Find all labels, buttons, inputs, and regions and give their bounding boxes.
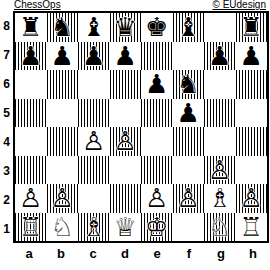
square-h3[interactable] — [236, 156, 268, 185]
piece-wN-b1: ♘ — [51, 213, 74, 241]
square-d7[interactable]: ♟ — [110, 42, 142, 71]
square-c8[interactable]: ♝ — [78, 13, 110, 42]
square-c6[interactable] — [78, 70, 110, 99]
piece-bP-c7: ♟ — [82, 42, 105, 70]
square-b7[interactable]: ♟ — [47, 42, 79, 71]
square-d2[interactable] — [110, 184, 142, 213]
square-a2[interactable]: ♙ — [15, 184, 47, 213]
piece-wP-c4: ♙ — [82, 127, 105, 155]
piece-wK-e1: ♔ — [145, 213, 168, 241]
chessops-diagram: ChessOps © EUdesign 87654321 ♜♞♝♛♚♝♜♟♟♟♟… — [0, 0, 270, 270]
piece-wQ-d1: ♕ — [114, 213, 137, 241]
rank-label-2: 2 — [0, 185, 13, 214]
rank-label-3: 3 — [0, 156, 13, 185]
square-a4[interactable] — [15, 127, 47, 156]
chessboard: ♜♞♝♛♚♝♜♟♟♟♟♟♟♟♞♟♙♙♙♙♙♙♙♗♙♖♘♗♕♔♘♖ — [15, 13, 267, 241]
piece-bK-e8: ♚ — [145, 13, 168, 41]
square-f2[interactable]: ♙ — [173, 184, 205, 213]
file-label-h: h — [237, 243, 269, 263]
piece-bB-f8: ♝ — [177, 13, 200, 41]
square-a1[interactable]: ♖ — [15, 213, 47, 242]
piece-bP-g7: ♟ — [208, 42, 231, 70]
square-d5[interactable] — [110, 99, 142, 128]
rank-label-8: 8 — [0, 11, 13, 40]
piece-wP-d4: ♙ — [114, 127, 137, 155]
piece-wB-c1: ♗ — [82, 213, 105, 241]
rank-label-6: 6 — [0, 69, 13, 98]
square-g6[interactable] — [204, 70, 236, 99]
square-f3[interactable] — [173, 156, 205, 185]
title-link[interactable]: ChessOps — [14, 0, 61, 10]
square-d1[interactable]: ♕ — [110, 213, 142, 242]
piece-bN-f6: ♞ — [177, 70, 200, 98]
square-d8[interactable]: ♛ — [110, 13, 142, 42]
square-f8[interactable]: ♝ — [173, 13, 205, 42]
piece-bP-h7: ♟ — [240, 42, 263, 70]
square-h2[interactable]: ♙ — [236, 184, 268, 213]
square-c1[interactable]: ♗ — [78, 213, 110, 242]
piece-bP-e6: ♟ — [145, 70, 168, 98]
piece-bQ-d8: ♛ — [114, 13, 137, 41]
square-c5[interactable] — [78, 99, 110, 128]
square-e5[interactable] — [141, 99, 173, 128]
square-d6[interactable] — [110, 70, 142, 99]
square-a5[interactable] — [15, 99, 47, 128]
square-c3[interactable] — [78, 156, 110, 185]
square-a8[interactable]: ♜ — [15, 13, 47, 42]
square-f1[interactable] — [173, 213, 205, 242]
piece-bR-a8: ♜ — [19, 13, 42, 41]
square-f5[interactable]: ♟ — [173, 99, 205, 128]
square-e6[interactable]: ♟ — [141, 70, 173, 99]
square-g2[interactable]: ♗ — [204, 184, 236, 213]
square-h1[interactable]: ♖ — [236, 213, 268, 242]
square-h6[interactable] — [236, 70, 268, 99]
file-label-e: e — [141, 243, 173, 263]
file-labels: abcdefgh — [13, 243, 269, 263]
square-h7[interactable]: ♟ — [236, 42, 268, 71]
rank-label-5: 5 — [0, 98, 13, 127]
piece-bP-d7: ♟ — [114, 42, 137, 70]
file-label-b: b — [45, 243, 77, 263]
file-label-g: g — [205, 243, 237, 263]
piece-wN-g1: ♘ — [208, 213, 231, 241]
piece-bP-f5: ♟ — [177, 99, 200, 127]
square-g3[interactable]: ♙ — [204, 156, 236, 185]
square-f7[interactable] — [173, 42, 205, 71]
square-g4[interactable] — [204, 127, 236, 156]
copyright-link[interactable]: © EUdesign — [212, 0, 266, 10]
piece-wP-h2: ♙ — [240, 184, 263, 212]
piece-wR-h1: ♖ — [240, 213, 263, 241]
square-b1[interactable]: ♘ — [47, 213, 79, 242]
header: ChessOps © EUdesign — [0, 0, 268, 11]
square-e7[interactable] — [141, 42, 173, 71]
square-h8[interactable]: ♜ — [236, 13, 268, 42]
square-a7[interactable]: ♟ — [15, 42, 47, 71]
piece-wP-b2: ♙ — [51, 184, 74, 212]
square-b3[interactable] — [47, 156, 79, 185]
square-e4[interactable] — [141, 127, 173, 156]
piece-bP-a7: ♟ — [19, 42, 42, 70]
square-b6[interactable] — [47, 70, 79, 99]
square-e3[interactable] — [141, 156, 173, 185]
square-g8[interactable] — [204, 13, 236, 42]
square-f6[interactable]: ♞ — [173, 70, 205, 99]
square-h5[interactable] — [236, 99, 268, 128]
piece-wP-e2: ♙ — [145, 184, 168, 212]
square-e1[interactable]: ♔ — [141, 213, 173, 242]
piece-wR-a1: ♖ — [19, 213, 42, 241]
piece-bB-c8: ♝ — [82, 13, 105, 41]
piece-wP-f2: ♙ — [177, 184, 200, 212]
square-e8[interactable]: ♚ — [141, 13, 173, 42]
square-g1[interactable]: ♘ — [204, 213, 236, 242]
board-frame: ♜♞♝♛♚♝♜♟♟♟♟♟♟♟♞♟♙♙♙♙♙♙♙♗♙♖♘♗♕♔♘♖ — [13, 11, 269, 243]
square-c7[interactable]: ♟ — [78, 42, 110, 71]
square-d3[interactable] — [110, 156, 142, 185]
square-h4[interactable] — [236, 127, 268, 156]
file-label-c: c — [77, 243, 109, 263]
square-f4[interactable] — [173, 127, 205, 156]
square-e2[interactable]: ♙ — [141, 184, 173, 213]
rank-label-4: 4 — [0, 127, 13, 156]
piece-wP-g3: ♙ — [208, 156, 231, 184]
piece-bP-b7: ♟ — [51, 42, 74, 70]
square-b2[interactable]: ♙ — [47, 184, 79, 213]
square-g7[interactable]: ♟ — [204, 42, 236, 71]
square-a3[interactable] — [15, 156, 47, 185]
square-g5[interactable] — [204, 99, 236, 128]
square-c4[interactable]: ♙ — [78, 127, 110, 156]
rank-labels: 87654321 — [0, 11, 13, 243]
square-d4[interactable]: ♙ — [110, 127, 142, 156]
rank-label-1: 1 — [0, 214, 13, 243]
piece-wB-g2: ♗ — [208, 184, 231, 212]
square-b5[interactable] — [47, 99, 79, 128]
square-a6[interactable] — [15, 70, 47, 99]
file-label-d: d — [109, 243, 141, 263]
file-label-a: a — [13, 243, 45, 263]
piece-bN-b8: ♞ — [51, 13, 74, 41]
square-b4[interactable] — [47, 127, 79, 156]
square-b8[interactable]: ♞ — [47, 13, 79, 42]
piece-bR-h8: ♜ — [240, 13, 263, 41]
rank-label-7: 7 — [0, 40, 13, 69]
file-label-f: f — [173, 243, 205, 263]
piece-wP-a2: ♙ — [19, 184, 42, 212]
square-c2[interactable] — [78, 184, 110, 213]
